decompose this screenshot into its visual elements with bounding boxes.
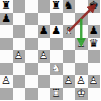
white-pawn[interactable]: ♙ (88, 75, 101, 88)
square-c6[interactable] (25, 25, 38, 38)
white-pawn[interactable]: ♙ (38, 50, 51, 63)
square-d2[interactable] (38, 75, 51, 88)
square-g4[interactable] (75, 50, 88, 63)
black-king[interactable]: ♚ (88, 0, 101, 13)
square-e8[interactable]: ♜ (50, 0, 63, 13)
black-knight[interactable]: ♞ (63, 0, 76, 13)
black-pawn[interactable]: ♟ (50, 25, 63, 38)
square-c5[interactable] (25, 38, 38, 51)
black-queen[interactable]: ♛ (88, 38, 101, 51)
white-pawn[interactable]: ♙ (63, 75, 76, 88)
square-e6[interactable]: ♟ (50, 25, 63, 38)
square-c1[interactable] (25, 88, 38, 101)
square-f5[interactable] (63, 38, 76, 51)
square-e5[interactable] (50, 38, 63, 51)
black-pawn[interactable]: ♟ (0, 13, 13, 26)
square-a7[interactable]: ♟ (0, 13, 13, 26)
square-b3[interactable] (13, 63, 26, 76)
white-pawn[interactable]: ♙ (75, 75, 88, 88)
square-a4[interactable] (0, 50, 13, 63)
white-rook[interactable]: ♖ (50, 88, 63, 101)
square-d3[interactable] (38, 63, 51, 76)
square-b2[interactable] (13, 75, 26, 88)
square-d8[interactable] (38, 0, 51, 13)
square-a5[interactable] (0, 38, 13, 51)
square-c7[interactable] (25, 13, 38, 26)
square-c2[interactable] (25, 75, 38, 88)
square-h5[interactable]: ♛ (88, 38, 101, 51)
square-c4[interactable] (25, 50, 38, 63)
square-d4[interactable]: ♟♙ (38, 50, 51, 63)
black-rook[interactable]: ♜ (0, 0, 13, 13)
square-g1[interactable]: ♚♔ (75, 88, 88, 101)
square-b7[interactable] (13, 13, 26, 26)
white-pawn[interactable]: ♙ (0, 75, 13, 88)
black-pawn[interactable]: ♟ (88, 25, 101, 38)
square-f6[interactable]: ♝♗ (63, 25, 76, 38)
square-e2[interactable] (50, 75, 63, 88)
chess-board: ♜♜♞♚♟♟♟♝♗♟♜♖♛♟♙♟♙♞♘♟♙♟♙♟♙♟♙♜♖♚♔ (0, 0, 100, 100)
square-h1[interactable] (88, 88, 101, 101)
white-king[interactable]: ♔ (75, 88, 88, 101)
square-e3[interactable]: ♞♘ (50, 63, 63, 76)
square-a1[interactable] (0, 88, 13, 101)
square-h6[interactable]: ♟ (88, 25, 101, 38)
square-a6[interactable] (0, 25, 13, 38)
square-g8[interactable] (75, 0, 88, 13)
square-h2[interactable]: ♟♙ (88, 75, 101, 88)
square-d1[interactable] (38, 88, 51, 101)
black-pawn[interactable]: ♟ (38, 25, 51, 38)
square-e1[interactable]: ♜♖ (50, 88, 63, 101)
square-c8[interactable] (25, 0, 38, 13)
square-b8[interactable] (13, 0, 26, 13)
square-b4[interactable]: ♟♙ (13, 50, 26, 63)
square-g7[interactable] (75, 13, 88, 26)
square-d6[interactable]: ♟ (38, 25, 51, 38)
square-g6[interactable] (75, 25, 88, 38)
square-a2[interactable]: ♟♙ (0, 75, 13, 88)
white-bishop[interactable]: ♗ (63, 25, 76, 38)
square-h4[interactable] (88, 50, 101, 63)
square-a8[interactable]: ♜ (0, 0, 13, 13)
square-f2[interactable]: ♟♙ (63, 75, 76, 88)
square-h8[interactable]: ♚ (88, 0, 101, 13)
square-f1[interactable] (63, 88, 76, 101)
white-rook[interactable]: ♖ (75, 38, 88, 51)
square-f8[interactable]: ♞ (63, 0, 76, 13)
square-f4[interactable] (63, 50, 76, 63)
square-b1[interactable] (13, 88, 26, 101)
square-b6[interactable] (13, 25, 26, 38)
black-rook[interactable]: ♜ (50, 0, 63, 13)
square-e4[interactable] (50, 50, 63, 63)
square-g2[interactable]: ♟♙ (75, 75, 88, 88)
square-g5[interactable]: ♜♖ (75, 38, 88, 51)
white-knight[interactable]: ♘ (50, 63, 63, 76)
white-pawn[interactable]: ♙ (13, 50, 26, 63)
square-c3[interactable] (25, 63, 38, 76)
